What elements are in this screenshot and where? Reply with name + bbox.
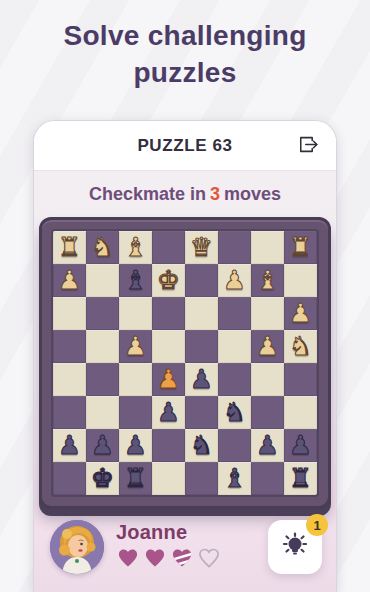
square-c1[interactable]: ♜ bbox=[119, 462, 152, 495]
square-f3[interactable]: ♞ bbox=[218, 396, 251, 429]
heart-striped bbox=[170, 547, 194, 573]
piece-white-knight: ♞ bbox=[91, 231, 114, 264]
square-g7[interactable]: ♝ bbox=[251, 264, 284, 297]
puzzle-number-label: PUZZLE 63 bbox=[137, 136, 232, 156]
card-header: PUZZLE 63 bbox=[34, 121, 336, 171]
square-e1[interactable] bbox=[185, 462, 218, 495]
lives-hearts bbox=[116, 547, 221, 573]
square-a6[interactable] bbox=[53, 297, 86, 330]
piece-black-rook: ♜ bbox=[124, 462, 147, 495]
piece-white-pawn: ♟ bbox=[124, 330, 147, 363]
square-b7[interactable] bbox=[86, 264, 119, 297]
piece-black-bishop: ♝ bbox=[223, 462, 246, 495]
piece-black-pawn: ♟ bbox=[256, 429, 279, 462]
square-g4[interactable] bbox=[251, 363, 284, 396]
piece-white-bishop: ♝ bbox=[124, 231, 147, 264]
piece-white-knight: ♞ bbox=[289, 330, 312, 363]
square-a5[interactable] bbox=[53, 330, 86, 363]
avatar bbox=[50, 520, 104, 574]
square-e7[interactable] bbox=[185, 264, 218, 297]
square-g5[interactable]: ♟ bbox=[251, 330, 284, 363]
objective-suffix: moves bbox=[224, 184, 281, 205]
piece-black-pawn: ♟ bbox=[124, 429, 147, 462]
square-b5[interactable] bbox=[86, 330, 119, 363]
page-title: Solve challenging puzzles bbox=[30, 18, 340, 92]
player-name: Joanne bbox=[116, 521, 221, 544]
square-h6[interactable]: ♟ bbox=[284, 297, 317, 330]
piece-white-pawn: ♟ bbox=[223, 264, 246, 297]
card-body: Checkmate in 3 moves ♜♞♝♛♜♟♝♚♟♝♟♟♟♞♟♟♟♞♟… bbox=[34, 171, 336, 592]
piece-white-bishop: ♝ bbox=[256, 264, 279, 297]
piece-white-pawn: ♟ bbox=[58, 264, 81, 297]
chess-board-frame: ♜♞♝♛♜♟♝♚♟♝♟♟♟♞♟♟♟♞♟♟♟♞♟♟♚♜♝♜ bbox=[39, 217, 331, 509]
square-d6[interactable] bbox=[152, 297, 185, 330]
piece-white-pawn: ♟ bbox=[157, 363, 180, 396]
piece-white-rook: ♜ bbox=[58, 231, 81, 264]
square-e6[interactable] bbox=[185, 297, 218, 330]
player-bar: Joanne bbox=[34, 508, 336, 592]
square-f6[interactable] bbox=[218, 297, 251, 330]
square-g1[interactable] bbox=[251, 462, 284, 495]
square-d4[interactable]: ♟ bbox=[152, 363, 185, 396]
square-h8[interactable]: ♜ bbox=[284, 231, 317, 264]
square-h4[interactable] bbox=[284, 363, 317, 396]
square-a2[interactable]: ♟ bbox=[53, 429, 86, 462]
square-h1[interactable]: ♜ bbox=[284, 462, 317, 495]
square-h5[interactable]: ♞ bbox=[284, 330, 317, 363]
square-g3[interactable] bbox=[251, 396, 284, 429]
piece-black-pawn: ♟ bbox=[91, 429, 114, 462]
square-c6[interactable] bbox=[119, 297, 152, 330]
piece-white-king: ♚ bbox=[157, 264, 180, 297]
square-a8[interactable]: ♜ bbox=[53, 231, 86, 264]
square-c7[interactable]: ♝ bbox=[119, 264, 152, 297]
heart-filled bbox=[116, 547, 140, 573]
objective-prefix: Checkmate in bbox=[89, 184, 206, 205]
square-a3[interactable] bbox=[53, 396, 86, 429]
piece-white-pawn: ♟ bbox=[256, 330, 279, 363]
move-count: 3 bbox=[210, 184, 220, 205]
square-b1[interactable]: ♚ bbox=[86, 462, 119, 495]
square-e2[interactable]: ♞ bbox=[185, 429, 218, 462]
square-b2[interactable]: ♟ bbox=[86, 429, 119, 462]
piece-white-pawn: ♟ bbox=[289, 297, 312, 330]
puzzle-card: PUZZLE 63 Checkmate in 3 moves ♜♞♝♛♜♟♝♚♟… bbox=[33, 120, 337, 592]
piece-black-knight: ♞ bbox=[190, 429, 213, 462]
square-d1[interactable] bbox=[152, 462, 185, 495]
square-b3[interactable] bbox=[86, 396, 119, 429]
square-g6[interactable] bbox=[251, 297, 284, 330]
hint-button[interactable]: 1 bbox=[268, 520, 322, 574]
square-h3[interactable] bbox=[284, 396, 317, 429]
square-c5[interactable]: ♟ bbox=[119, 330, 152, 363]
square-c4[interactable] bbox=[119, 363, 152, 396]
lightbulb-icon bbox=[281, 532, 309, 563]
heart-filled bbox=[143, 547, 167, 573]
square-d2[interactable] bbox=[152, 429, 185, 462]
objective-text: Checkmate in 3 moves bbox=[34, 171, 336, 217]
square-a7[interactable]: ♟ bbox=[53, 264, 86, 297]
square-f4[interactable] bbox=[218, 363, 251, 396]
piece-black-pawn: ♟ bbox=[190, 363, 213, 396]
square-d5[interactable] bbox=[152, 330, 185, 363]
piece-black-pawn: ♟ bbox=[289, 429, 312, 462]
piece-black-bishop: ♝ bbox=[124, 264, 147, 297]
square-a4[interactable] bbox=[53, 363, 86, 396]
square-g8[interactable] bbox=[251, 231, 284, 264]
piece-black-pawn: ♟ bbox=[157, 396, 180, 429]
piece-white-queen: ♛ bbox=[190, 231, 213, 264]
square-f2[interactable] bbox=[218, 429, 251, 462]
piece-white-rook: ♜ bbox=[289, 231, 312, 264]
square-c2[interactable]: ♟ bbox=[119, 429, 152, 462]
hint-count-badge: 1 bbox=[306, 514, 328, 536]
square-h2[interactable]: ♟ bbox=[284, 429, 317, 462]
piece-black-knight: ♞ bbox=[223, 396, 246, 429]
square-c8[interactable]: ♝ bbox=[119, 231, 152, 264]
heart-empty bbox=[197, 547, 221, 573]
square-f5[interactable] bbox=[218, 330, 251, 363]
square-b8[interactable]: ♞ bbox=[86, 231, 119, 264]
square-e8[interactable]: ♛ bbox=[185, 231, 218, 264]
piece-black-rook: ♜ bbox=[289, 462, 312, 495]
exit-icon bbox=[298, 135, 320, 157]
square-g2[interactable]: ♟ bbox=[251, 429, 284, 462]
square-h7[interactable] bbox=[284, 264, 317, 297]
square-b4[interactable] bbox=[86, 363, 119, 396]
chess-board: ♜♞♝♛♜♟♝♚♟♝♟♟♟♞♟♟♟♞♟♟♟♞♟♟♚♜♝♜ bbox=[51, 229, 319, 497]
square-f8[interactable] bbox=[218, 231, 251, 264]
square-d8[interactable] bbox=[152, 231, 185, 264]
square-b6[interactable] bbox=[86, 297, 119, 330]
piece-black-king: ♚ bbox=[91, 462, 114, 495]
square-c3[interactable] bbox=[119, 396, 152, 429]
square-e5[interactable] bbox=[185, 330, 218, 363]
square-e3[interactable] bbox=[185, 396, 218, 429]
square-a1[interactable] bbox=[53, 462, 86, 495]
square-e4[interactable]: ♟ bbox=[185, 363, 218, 396]
square-d3[interactable]: ♟ bbox=[152, 396, 185, 429]
exit-button[interactable] bbox=[295, 133, 323, 159]
square-f1[interactable]: ♝ bbox=[218, 462, 251, 495]
square-d7[interactable]: ♚ bbox=[152, 264, 185, 297]
piece-black-pawn: ♟ bbox=[58, 429, 81, 462]
square-f7[interactable]: ♟ bbox=[218, 264, 251, 297]
